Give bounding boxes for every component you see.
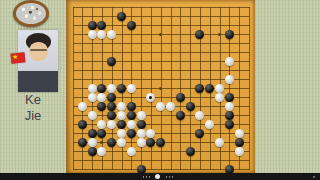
- black-stone: [78, 138, 87, 147]
- bar-tick: [172, 176, 173, 178]
- black-stone: [195, 129, 204, 138]
- black-stone: [107, 57, 116, 66]
- player-name-left-line2: Jie: [0, 108, 66, 124]
- white-stone: [137, 129, 146, 138]
- white-stone: [97, 147, 106, 156]
- grid-line: [190, 7, 191, 170]
- bar-menu-dot: [313, 176, 315, 178]
- white-stone: [117, 111, 126, 120]
- white-stone: [146, 129, 155, 138]
- white-stone: [97, 93, 106, 102]
- suit-shape: [18, 71, 58, 92]
- star-point: [159, 33, 162, 36]
- right-player-panel: Black : Shin Jinseo 9p White : Ke Jie 9p…: [255, 0, 320, 173]
- white-stone: [107, 84, 116, 93]
- black-stone: [88, 147, 97, 156]
- star-point: [218, 33, 221, 36]
- black-stone: [107, 102, 116, 111]
- black-stone: [225, 30, 234, 39]
- black-stone: [146, 138, 155, 147]
- black-stone: [78, 120, 87, 129]
- white-stone-bowl: [13, 0, 49, 27]
- black-stone: [117, 84, 126, 93]
- glasses-shape: [30, 49, 47, 51]
- white-stone: [166, 102, 175, 111]
- grid-line: [180, 7, 181, 170]
- white-stone: [78, 102, 87, 111]
- white-stone: [225, 75, 234, 84]
- black-stone: [225, 111, 234, 120]
- black-stone: [117, 12, 126, 21]
- black-stone: [137, 165, 146, 174]
- white-stone: [137, 138, 146, 147]
- black-stone: [107, 93, 116, 102]
- black-stone: [107, 111, 116, 120]
- white-stone: [205, 120, 214, 129]
- black-stone: [97, 84, 106, 93]
- bar-tick: [146, 176, 147, 178]
- white-stone: [215, 93, 224, 102]
- black-stone: [127, 111, 136, 120]
- face-shape: [29, 42, 48, 61]
- white-stone: [127, 84, 136, 93]
- white-stone: [88, 111, 97, 120]
- player-name-left: Ke Jie: [0, 92, 66, 124]
- china-flag-icon: ★: [11, 52, 26, 63]
- black-stone: [97, 102, 106, 111]
- white-stone: [235, 129, 244, 138]
- black-stone: [176, 111, 185, 120]
- white-stone: [215, 84, 224, 93]
- black-stone: [107, 138, 116, 147]
- white-stone: [117, 102, 126, 111]
- black-stone: [156, 138, 165, 147]
- white-stone: [97, 30, 106, 39]
- white-stone: [117, 129, 126, 138]
- last-move-marker: [149, 96, 152, 99]
- bar-tick: [143, 176, 144, 178]
- white-stone: [88, 138, 97, 147]
- grid-line: [73, 169, 250, 170]
- move-slider-knob[interactable]: [155, 174, 160, 179]
- white-stone: [195, 111, 204, 120]
- white-stone: [107, 30, 116, 39]
- black-stone: [117, 120, 126, 129]
- black-stone: [88, 21, 97, 30]
- star-point: [159, 87, 162, 90]
- black-stone: [97, 129, 106, 138]
- go-board[interactable]: [66, 0, 255, 173]
- black-stone: [127, 21, 136, 30]
- left-player-panel: ★ Ke Jie: [0, 0, 66, 173]
- grid-line: [249, 7, 250, 170]
- move-navigation-bar[interactable]: [0, 173, 320, 180]
- grid-line: [73, 160, 250, 161]
- white-stone: [137, 111, 146, 120]
- black-stone: [88, 129, 97, 138]
- black-stone: [176, 93, 185, 102]
- bar-tick: [169, 176, 170, 178]
- flag-star-icon: ★: [11, 52, 26, 61]
- white-stone: [225, 102, 234, 111]
- white-stone: [225, 57, 234, 66]
- white-stone: [88, 93, 97, 102]
- white-stone: [88, 30, 97, 39]
- black-stone: [97, 21, 106, 30]
- grid-line: [171, 7, 172, 170]
- white-stone: [127, 147, 136, 156]
- black-stone: [195, 30, 204, 39]
- star-point: [100, 141, 103, 144]
- bar-tick: [149, 176, 150, 178]
- black-stone: [127, 102, 136, 111]
- white-stone-last-move: [146, 93, 155, 102]
- white-stone: [107, 120, 116, 129]
- white-stone: [97, 120, 106, 129]
- white-stone: [215, 138, 224, 147]
- black-stone: [225, 120, 234, 129]
- white-stone: [117, 138, 126, 147]
- white-stone: [156, 102, 165, 111]
- go-broadcast-screen: ★ Ke Jie Black : Shin Jinseo 9p White : …: [0, 0, 320, 180]
- black-stone: [127, 129, 136, 138]
- black-stone: [225, 93, 234, 102]
- white-stone: [127, 120, 136, 129]
- bar-tick: [166, 176, 167, 178]
- player-name-left-line1: Ke: [0, 92, 66, 108]
- black-stone: [186, 102, 195, 111]
- white-stone: [235, 147, 244, 156]
- black-stone: [186, 147, 195, 156]
- black-stone: [195, 84, 204, 93]
- black-stone: [137, 120, 146, 129]
- white-stone: [88, 84, 97, 93]
- black-stone: [235, 138, 244, 147]
- black-stone: [225, 165, 234, 174]
- grid-line: [73, 115, 250, 116]
- black-stone: [205, 84, 214, 93]
